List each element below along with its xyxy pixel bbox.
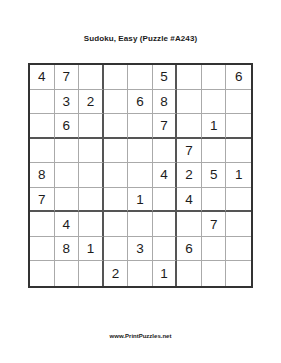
- cell-r8c4: [104, 237, 129, 262]
- cell-r6c6: [153, 188, 178, 213]
- cell-r9c6: 1: [153, 261, 178, 286]
- cell-r9c4: 2: [104, 261, 129, 286]
- cell-r3c1: [30, 114, 55, 139]
- cell-r5c5: [128, 163, 153, 188]
- cell-r2c9: [226, 90, 251, 115]
- cell-r8c6: [153, 237, 178, 262]
- cell-r1c8: [202, 65, 227, 90]
- cell-r5c1: 8: [30, 163, 55, 188]
- cell-r6c9: [226, 188, 251, 213]
- page-title: Sudoku, Easy (Puzzle #A243): [0, 34, 281, 43]
- cell-r1c6: 5: [153, 65, 178, 90]
- cell-r7c9: [226, 212, 251, 237]
- cell-r5c6: 4: [153, 163, 178, 188]
- cell-r9c9: [226, 261, 251, 286]
- cell-r2c4: [104, 90, 129, 115]
- cell-r1c2: 7: [55, 65, 80, 90]
- cell-r6c4: [104, 188, 129, 213]
- cell-r7c3: [79, 212, 104, 237]
- cell-r8c2: 8: [55, 237, 80, 262]
- cell-r2c2: 3: [55, 90, 80, 115]
- cell-r4c6: [153, 139, 178, 164]
- footer-site-url: www.PrintPuzzles.net: [0, 333, 281, 339]
- cell-r3c8: 1: [202, 114, 227, 139]
- cell-r4c7: 7: [177, 139, 202, 164]
- cell-r8c3: 1: [79, 237, 104, 262]
- cell-r3c5: [128, 114, 153, 139]
- cell-r9c2: [55, 261, 80, 286]
- sudoku-board: 4756326867178425171447813621: [28, 63, 253, 288]
- cell-r7c2: 4: [55, 212, 80, 237]
- cell-r1c1: 4: [30, 65, 55, 90]
- cell-r3c6: 7: [153, 114, 178, 139]
- cell-r5c3: [79, 163, 104, 188]
- cell-r6c8: [202, 188, 227, 213]
- cell-r8c5: 3: [128, 237, 153, 262]
- cell-r8c9: [226, 237, 251, 262]
- cell-r6c2: [55, 188, 80, 213]
- cell-r3c9: [226, 114, 251, 139]
- cell-r5c8: 5: [202, 163, 227, 188]
- cell-r1c4: [104, 65, 129, 90]
- cell-r3c3: [79, 114, 104, 139]
- cell-r2c6: 8: [153, 90, 178, 115]
- cell-r8c7: 6: [177, 237, 202, 262]
- cell-r8c8: [202, 237, 227, 262]
- cell-r2c5: 6: [128, 90, 153, 115]
- cell-r6c7: 4: [177, 188, 202, 213]
- cell-r9c1: [30, 261, 55, 286]
- cell-r7c1: [30, 212, 55, 237]
- cell-r9c8: [202, 261, 227, 286]
- cell-r4c2: [55, 139, 80, 164]
- cell-r1c3: [79, 65, 104, 90]
- cell-r6c3: [79, 188, 104, 213]
- sudoku-page: Sudoku, Easy (Puzzle #A243) 475632686717…: [0, 0, 281, 363]
- cell-r4c4: [104, 139, 129, 164]
- cell-r3c4: [104, 114, 129, 139]
- cell-r9c3: [79, 261, 104, 286]
- cell-r5c4: [104, 163, 129, 188]
- cell-r2c3: 2: [79, 90, 104, 115]
- cell-r4c1: [30, 139, 55, 164]
- cell-r7c8: 7: [202, 212, 227, 237]
- cell-r7c5: [128, 212, 153, 237]
- cell-r6c5: 1: [128, 188, 153, 213]
- cell-r7c6: [153, 212, 178, 237]
- cell-r9c7: [177, 261, 202, 286]
- cell-r5c9: 1: [226, 163, 251, 188]
- cell-r5c2: [55, 163, 80, 188]
- cell-r1c7: [177, 65, 202, 90]
- cell-r2c1: [30, 90, 55, 115]
- cell-r4c9: [226, 139, 251, 164]
- cell-r4c5: [128, 139, 153, 164]
- cell-r1c5: [128, 65, 153, 90]
- cell-r8c1: [30, 237, 55, 262]
- cell-r7c7: [177, 212, 202, 237]
- cell-r4c8: [202, 139, 227, 164]
- cell-r1c9: 6: [226, 65, 251, 90]
- cell-r4c3: [79, 139, 104, 164]
- cell-r7c4: [104, 212, 129, 237]
- cell-r3c2: 6: [55, 114, 80, 139]
- cell-r6c1: 7: [30, 188, 55, 213]
- cell-r2c7: [177, 90, 202, 115]
- cell-r2c8: [202, 90, 227, 115]
- cell-r9c5: [128, 261, 153, 286]
- cell-r5c7: 2: [177, 163, 202, 188]
- cell-r3c7: [177, 114, 202, 139]
